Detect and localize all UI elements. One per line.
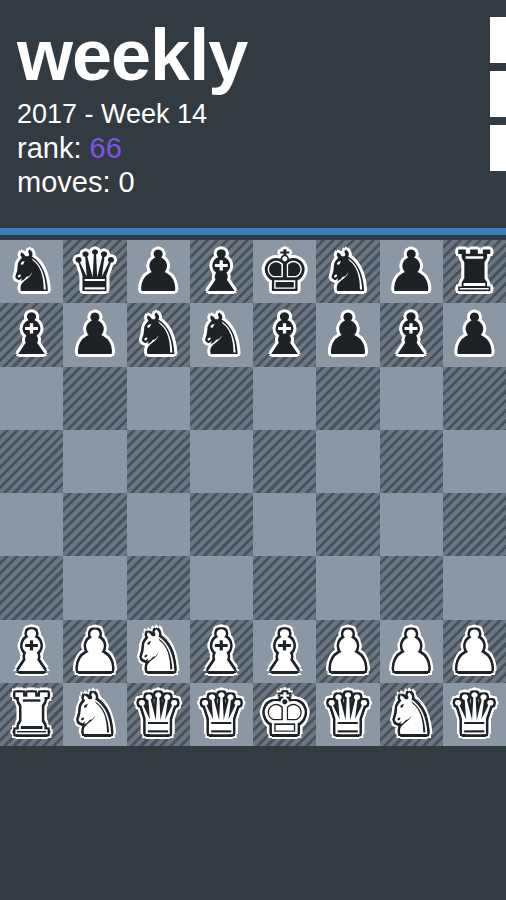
square-d4[interactable] — [190, 493, 253, 556]
square-a7[interactable]: ♝♝ — [0, 303, 63, 366]
square-f8[interactable]: ♞♞ — [316, 240, 379, 303]
rank-line: rank: 66 — [17, 131, 506, 165]
square-d2[interactable]: ♝♝ — [190, 620, 253, 683]
divider-bar — [0, 228, 506, 235]
square-c6[interactable] — [127, 367, 190, 430]
square-h1[interactable]: ♛♛ — [443, 683, 506, 746]
piece-white-queen[interactable]: ♛♛ — [316, 683, 379, 746]
square-b7[interactable]: ♟♟ — [63, 303, 126, 366]
square-f6[interactable] — [316, 367, 379, 430]
square-g3[interactable] — [380, 556, 443, 619]
piece-black-king[interactable]: ♚♚ — [253, 240, 316, 303]
piece-white-queen[interactable]: ♛♛ — [127, 683, 190, 746]
square-h6[interactable] — [443, 367, 506, 430]
square-g6[interactable] — [380, 367, 443, 430]
moves-value: 0 — [119, 166, 135, 198]
square-d5[interactable] — [190, 430, 253, 493]
square-d8[interactable]: ♝♝ — [190, 240, 253, 303]
square-g8[interactable]: ♟♟ — [380, 240, 443, 303]
square-f7[interactable]: ♟♟ — [316, 303, 379, 366]
square-b2[interactable]: ♟♟ — [63, 620, 126, 683]
piece-white-queen[interactable]: ♛♛ — [443, 683, 506, 746]
piece-white-pawn[interactable]: ♟♟ — [316, 620, 379, 683]
square-c5[interactable] — [127, 430, 190, 493]
square-b8[interactable]: ♛♛ — [63, 240, 126, 303]
square-f1[interactable]: ♛♛ — [316, 683, 379, 746]
square-a1[interactable]: ♜♜ — [0, 683, 63, 746]
square-e3[interactable] — [253, 556, 316, 619]
piece-white-knight[interactable]: ♞♞ — [380, 683, 443, 746]
square-c1[interactable]: ♛♛ — [127, 683, 190, 746]
chess-board: ♞♞♛♛♟♟♝♝♚♚♞♞♟♟♜♜♝♝♟♟♞♞♞♞♝♝♟♟♝♝♟♟♝♝♟♟♞♞♝♝… — [0, 240, 506, 746]
square-b6[interactable] — [63, 367, 126, 430]
header: weekly 2017 - Week 14 rank: 66 moves: 0 — [0, 0, 506, 199]
square-a8[interactable]: ♞♞ — [0, 240, 63, 303]
square-d7[interactable]: ♞♞ — [190, 303, 253, 366]
square-c8[interactable]: ♟♟ — [127, 240, 190, 303]
square-g5[interactable] — [380, 430, 443, 493]
piece-white-pawn[interactable]: ♟♟ — [443, 620, 506, 683]
square-a3[interactable] — [0, 556, 63, 619]
square-d6[interactable] — [190, 367, 253, 430]
piece-white-bishop[interactable]: ♝♝ — [0, 620, 63, 683]
square-c2[interactable]: ♞♞ — [127, 620, 190, 683]
piece-black-pawn[interactable]: ♟♟ — [443, 303, 506, 366]
square-f2[interactable]: ♟♟ — [316, 620, 379, 683]
piece-white-knight[interactable]: ♞♞ — [127, 620, 190, 683]
piece-black-knight[interactable]: ♞♞ — [316, 240, 379, 303]
piece-white-queen[interactable]: ♛♛ — [190, 683, 253, 746]
piece-black-bishop[interactable]: ♝♝ — [380, 303, 443, 366]
piece-white-rook[interactable]: ♜♜ — [0, 683, 63, 746]
piece-black-pawn[interactable]: ♟♟ — [316, 303, 379, 366]
piece-black-bishop[interactable]: ♝♝ — [190, 240, 253, 303]
square-a4[interactable] — [0, 493, 63, 556]
piece-white-king[interactable]: ♚♚ — [253, 683, 316, 746]
piece-black-knight[interactable]: ♞♞ — [127, 303, 190, 366]
square-d3[interactable] — [190, 556, 253, 619]
square-c4[interactable] — [127, 493, 190, 556]
moves-line: moves: 0 — [17, 165, 506, 199]
rank-value: 66 — [90, 132, 122, 164]
square-e8[interactable]: ♚♚ — [253, 240, 316, 303]
square-e5[interactable] — [253, 430, 316, 493]
square-f5[interactable] — [316, 430, 379, 493]
square-h2[interactable]: ♟♟ — [443, 620, 506, 683]
square-a2[interactable]: ♝♝ — [0, 620, 63, 683]
piece-black-pawn[interactable]: ♟♟ — [380, 240, 443, 303]
piece-black-bishop[interactable]: ♝♝ — [0, 303, 63, 366]
square-h8[interactable]: ♜♜ — [443, 240, 506, 303]
square-e7[interactable]: ♝♝ — [253, 303, 316, 366]
piece-black-queen[interactable]: ♛♛ — [63, 240, 126, 303]
square-e4[interactable] — [253, 493, 316, 556]
square-c7[interactable]: ♞♞ — [127, 303, 190, 366]
square-g2[interactable]: ♟♟ — [380, 620, 443, 683]
square-e6[interactable] — [253, 367, 316, 430]
piece-white-pawn[interactable]: ♟♟ — [380, 620, 443, 683]
square-b3[interactable] — [63, 556, 126, 619]
piece-white-bishop[interactable]: ♝♝ — [253, 620, 316, 683]
square-c3[interactable] — [127, 556, 190, 619]
square-b5[interactable] — [63, 430, 126, 493]
square-h7[interactable]: ♟♟ — [443, 303, 506, 366]
square-b1[interactable]: ♞♞ — [63, 683, 126, 746]
square-d1[interactable]: ♛♛ — [190, 683, 253, 746]
piece-black-bishop[interactable]: ♝♝ — [253, 303, 316, 366]
menu-bar — [490, 71, 506, 117]
piece-black-knight[interactable]: ♞♞ — [0, 240, 63, 303]
page-title: weekly — [17, 0, 506, 94]
square-g4[interactable] — [380, 493, 443, 556]
piece-black-pawn[interactable]: ♟♟ — [63, 303, 126, 366]
square-a6[interactable] — [0, 367, 63, 430]
piece-black-pawn[interactable]: ♟♟ — [127, 240, 190, 303]
square-g1[interactable]: ♞♞ — [380, 683, 443, 746]
square-f4[interactable] — [316, 493, 379, 556]
square-h5[interactable] — [443, 430, 506, 493]
rank-label: rank: — [17, 132, 81, 164]
square-e1[interactable]: ♚♚ — [253, 683, 316, 746]
square-a5[interactable] — [0, 430, 63, 493]
week-subtitle: 2017 - Week 14 — [17, 98, 506, 131]
square-h4[interactable] — [443, 493, 506, 556]
square-g7[interactable]: ♝♝ — [380, 303, 443, 366]
piece-white-pawn[interactable]: ♟♟ — [63, 620, 126, 683]
piece-white-bishop[interactable]: ♝♝ — [190, 620, 253, 683]
moves-label: moves: — [17, 166, 110, 198]
piece-white-knight[interactable]: ♞♞ — [63, 683, 126, 746]
hamburger-menu-icon[interactable] — [490, 17, 506, 171]
menu-bar — [490, 17, 506, 63]
square-b4[interactable] — [63, 493, 126, 556]
menu-bar — [490, 125, 506, 171]
square-h3[interactable] — [443, 556, 506, 619]
piece-black-rook[interactable]: ♜♜ — [443, 240, 506, 303]
piece-black-knight[interactable]: ♞♞ — [190, 303, 253, 366]
square-e2[interactable]: ♝♝ — [253, 620, 316, 683]
square-f3[interactable] — [316, 556, 379, 619]
